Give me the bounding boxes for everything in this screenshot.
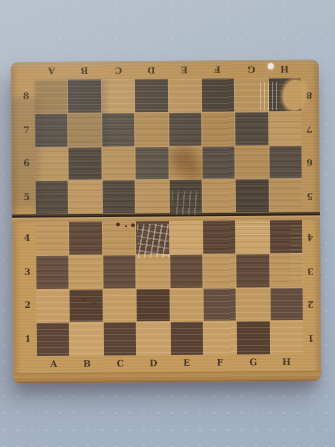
rank-label-left-8: 8 <box>14 80 38 114</box>
rank-labels-right-bottom-half: 4321 <box>302 220 321 354</box>
square-h4 <box>270 220 303 253</box>
square-f1 <box>204 322 237 355</box>
square-e6 <box>169 146 202 179</box>
square-e4 <box>169 221 202 254</box>
square-d6 <box>136 146 169 179</box>
rank-labels-right-top-half: 8765 <box>301 78 320 212</box>
square-h6 <box>269 145 302 178</box>
square-h8 <box>269 78 302 111</box>
border-corner-top-right <box>301 60 319 78</box>
square-a8 <box>35 80 68 113</box>
square-d2 <box>137 288 170 321</box>
square-a3 <box>36 256 69 289</box>
square-d5 <box>136 180 169 213</box>
rank-labels-left-top-half: 8765 <box>11 80 36 214</box>
file-label-bottom-f: F <box>203 354 236 371</box>
border-corner-bottom-right <box>303 354 321 371</box>
square-e5 <box>169 180 202 213</box>
square-e8 <box>168 79 201 112</box>
file-label-top-d: D <box>134 61 167 79</box>
file-label-top-e: E <box>168 61 201 79</box>
square-h2 <box>270 287 303 320</box>
square-d8 <box>135 79 168 112</box>
square-d3 <box>136 255 169 288</box>
square-c5 <box>102 180 135 213</box>
square-h3 <box>270 254 303 287</box>
square-c2 <box>103 289 136 322</box>
square-f3 <box>203 254 236 287</box>
rank-label-right-8: 8 <box>300 78 318 112</box>
square-h5 <box>269 179 302 212</box>
file-label-top-c: C <box>101 61 134 79</box>
square-f8 <box>202 78 235 111</box>
square-g6 <box>236 146 269 179</box>
border-corner-top-left <box>11 62 35 80</box>
square-f6 <box>202 146 235 179</box>
square-c3 <box>103 255 136 288</box>
square-b3 <box>70 255 103 288</box>
square-b2 <box>70 289 103 322</box>
file-labels-top: ABCDEFGH <box>35 60 301 80</box>
square-d7 <box>135 113 168 146</box>
file-label-bottom-b: B <box>70 355 103 372</box>
file-label-top-a: A <box>35 62 68 80</box>
rank-label-right-5: 5 <box>301 178 319 212</box>
square-c8 <box>102 79 135 112</box>
rank-label-left-5: 5 <box>15 180 39 214</box>
file-labels-bottom: ABCDEFGH <box>37 354 303 373</box>
square-b7 <box>69 113 102 146</box>
rank-label-right-2: 2 <box>302 287 320 321</box>
border-corner-bottom-left <box>13 356 37 373</box>
square-g1 <box>237 321 270 354</box>
square-f5 <box>203 180 236 213</box>
file-label-bottom-g: G <box>237 354 270 371</box>
square-c7 <box>102 113 135 146</box>
square-d1 <box>137 322 170 355</box>
square-a5 <box>36 181 69 214</box>
square-e2 <box>170 288 203 321</box>
square-b4 <box>69 222 102 255</box>
square-c6 <box>102 147 135 180</box>
chessboard-surface: ABCDEFGH 8765 8765 4321 4321 ABCDEFGH <box>11 60 322 383</box>
square-g4 <box>236 220 269 253</box>
square-d4 <box>136 221 169 254</box>
square-b6 <box>69 147 102 180</box>
rank-label-right-1: 1 <box>302 320 320 354</box>
squares-bottom-half <box>36 220 303 356</box>
square-g5 <box>236 179 269 212</box>
rank-label-right-6: 6 <box>300 145 318 179</box>
square-h1 <box>270 321 303 354</box>
rank-label-right-3: 3 <box>301 253 319 287</box>
file-label-bottom-e: E <box>170 355 203 372</box>
chessboard: ABCDEFGH 8765 8765 4321 4321 ABCDEFGH <box>11 60 322 383</box>
square-b8 <box>68 80 101 113</box>
square-b1 <box>70 323 103 356</box>
square-c1 <box>104 322 137 355</box>
square-a1 <box>37 323 70 356</box>
file-label-bottom-d: D <box>137 355 170 372</box>
rank-label-left-6: 6 <box>14 147 38 181</box>
file-label-bottom-c: C <box>104 355 137 372</box>
rank-label-left-1: 1 <box>16 322 40 356</box>
square-e3 <box>170 254 203 287</box>
square-g8 <box>235 78 268 111</box>
rank-label-left-4: 4 <box>15 222 39 256</box>
square-a6 <box>35 147 68 180</box>
file-label-top-f: F <box>201 60 234 78</box>
square-a2 <box>37 289 70 322</box>
square-g2 <box>237 288 270 321</box>
square-a7 <box>35 114 68 147</box>
file-label-bottom-a: A <box>37 356 70 373</box>
square-f2 <box>203 288 236 321</box>
square-f7 <box>202 112 235 145</box>
rank-label-left-7: 7 <box>14 114 38 148</box>
square-g7 <box>235 112 268 145</box>
rank-label-left-2: 2 <box>16 289 40 323</box>
square-f4 <box>203 220 236 253</box>
square-e7 <box>169 112 202 145</box>
file-label-top-g: G <box>234 60 267 78</box>
squares-top-half <box>35 78 302 214</box>
file-label-top-b: B <box>68 62 101 80</box>
square-e1 <box>170 322 203 355</box>
file-label-top-h: H <box>267 60 300 78</box>
rank-labels-left-bottom-half: 4321 <box>12 222 37 356</box>
file-label-bottom-h: H <box>270 354 303 371</box>
square-c4 <box>103 221 136 254</box>
square-a4 <box>36 222 69 255</box>
rank-label-right-7: 7 <box>300 111 318 145</box>
rank-label-left-3: 3 <box>15 255 39 289</box>
photo-background: { "game": "chess", "scene": "Overhead ph… <box>0 0 335 447</box>
square-h7 <box>269 112 302 145</box>
rank-label-right-4: 4 <box>301 220 319 254</box>
square-b5 <box>69 181 102 214</box>
square-g3 <box>237 254 270 287</box>
